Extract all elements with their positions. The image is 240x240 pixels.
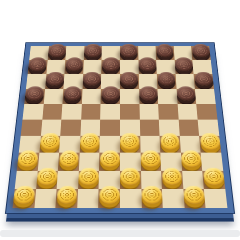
square-r4c8[interactable]: [158, 89, 178, 104]
gold-piece[interactable]: [203, 168, 225, 185]
square-r7c8[interactable]: [160, 136, 181, 153]
square-r7c4[interactable]: [80, 136, 101, 153]
square-r1c10[interactable]: [191, 46, 210, 60]
gold-piece[interactable]: [37, 168, 58, 185]
square-r1c6[interactable]: [120, 46, 138, 60]
dark-piece[interactable]: [194, 72, 213, 86]
gold-piece[interactable]: [18, 150, 39, 167]
gold-piece[interactable]: [200, 133, 221, 149]
gold-piece[interactable]: [160, 133, 180, 149]
square-r9c8[interactable]: [161, 171, 183, 189]
square-r5c4[interactable]: [81, 104, 101, 120]
square-r7c6[interactable]: [120, 136, 140, 153]
square-r10c10[interactable]: [204, 189, 227, 208]
square-r1c8[interactable]: [156, 46, 175, 60]
square-r8c9[interactable]: [181, 153, 203, 171]
dark-piece[interactable]: [192, 44, 211, 57]
dark-piece[interactable]: [28, 58, 47, 71]
gold-piece[interactable]: [13, 186, 35, 204]
gold-piece[interactable]: [183, 186, 205, 204]
gold-piece[interactable]: [141, 186, 162, 204]
square-r10c1[interactable]: [13, 189, 36, 208]
gold-piece[interactable]: [56, 186, 77, 204]
gold-piece[interactable]: [99, 186, 120, 204]
square-r10c8[interactable]: [162, 189, 184, 208]
square-r9c2[interactable]: [36, 171, 58, 189]
square-r9c10[interactable]: [203, 171, 226, 189]
square-r8c1[interactable]: [17, 153, 39, 171]
dark-piece[interactable]: [120, 72, 138, 86]
square-r6c5[interactable]: [100, 120, 120, 136]
square-r5c6[interactable]: [120, 104, 139, 120]
square-r10c2[interactable]: [34, 189, 57, 208]
dark-piece[interactable]: [138, 58, 156, 71]
square-r5c1[interactable]: [23, 104, 44, 120]
gold-piece[interactable]: [59, 150, 80, 167]
dark-piece[interactable]: [175, 58, 194, 71]
square-r9c4[interactable]: [78, 171, 99, 189]
square-r10c9[interactable]: [183, 189, 206, 208]
square-r8c3[interactable]: [58, 153, 79, 171]
square-r5c3[interactable]: [61, 104, 81, 120]
gold-piece[interactable]: [78, 168, 99, 185]
gold-piece[interactable]: [40, 133, 60, 149]
square-r5c9[interactable]: [177, 104, 198, 120]
square-r4c4[interactable]: [82, 89, 101, 104]
gold-piece[interactable]: [120, 133, 139, 149]
square-r4c2[interactable]: [43, 89, 63, 104]
gold-piece[interactable]: [162, 168, 183, 185]
square-r10c5[interactable]: [99, 189, 120, 208]
square-r3c10[interactable]: [194, 74, 214, 89]
square-r5c7[interactable]: [139, 104, 159, 120]
gold-piece[interactable]: [181, 150, 202, 167]
square-r5c8[interactable]: [158, 104, 178, 120]
square-r3c4[interactable]: [82, 74, 101, 89]
dark-piece[interactable]: [120, 44, 137, 57]
square-r2c7[interactable]: [138, 60, 157, 74]
square-r10c7[interactable]: [141, 189, 163, 208]
square-r8c7[interactable]: [140, 153, 161, 171]
checkers-scene: [0, 0, 240, 240]
dark-piece[interactable]: [177, 86, 196, 100]
gold-piece[interactable]: [100, 150, 120, 167]
square-r10c6[interactable]: [120, 189, 141, 208]
dark-piece[interactable]: [101, 86, 119, 100]
board-grid: [13, 46, 228, 208]
square-r3c8[interactable]: [157, 74, 176, 89]
square-r6c3[interactable]: [60, 120, 81, 136]
dark-piece[interactable]: [25, 86, 45, 100]
dark-piece[interactable]: [45, 72, 64, 86]
square-r4c7[interactable]: [139, 89, 158, 104]
square-r4c1[interactable]: [24, 89, 45, 104]
square-r5c2[interactable]: [42, 104, 63, 120]
square-r6c1[interactable]: [21, 120, 42, 136]
square-r2c9[interactable]: [174, 60, 193, 74]
square-r5c10[interactable]: [197, 104, 218, 120]
gold-piece[interactable]: [120, 168, 140, 185]
dark-piece[interactable]: [84, 44, 102, 57]
dark-piece[interactable]: [102, 58, 120, 71]
dark-piece[interactable]: [65, 58, 83, 71]
square-r10c4[interactable]: [77, 189, 99, 208]
square-r2c3[interactable]: [65, 60, 84, 74]
dark-piece[interactable]: [83, 72, 101, 86]
square-r2c1[interactable]: [28, 60, 48, 74]
dark-piece[interactable]: [157, 72, 176, 86]
square-r4c6[interactable]: [120, 89, 139, 104]
square-r1c2[interactable]: [47, 46, 66, 60]
dark-piece[interactable]: [156, 44, 174, 57]
square-r6c9[interactable]: [178, 120, 199, 136]
square-r7c2[interactable]: [39, 136, 60, 153]
dark-piece[interactable]: [139, 86, 158, 100]
dark-piece[interactable]: [63, 86, 82, 100]
dark-piece[interactable]: [48, 44, 66, 57]
square-r2c5[interactable]: [102, 60, 120, 74]
square-r4c10[interactable]: [195, 89, 216, 104]
square-r4c3[interactable]: [63, 89, 83, 104]
square-r9c6[interactable]: [120, 171, 141, 189]
square-r4c5[interactable]: [101, 89, 120, 104]
square-r7c10[interactable]: [199, 136, 221, 153]
square-r1c4[interactable]: [84, 46, 102, 60]
gold-piece[interactable]: [141, 150, 161, 167]
square-r4c9[interactable]: [176, 89, 196, 104]
square-r3c6[interactable]: [120, 74, 139, 89]
square-r10c3[interactable]: [56, 189, 78, 208]
square-r8c5[interactable]: [99, 153, 120, 171]
square-r3c2[interactable]: [45, 74, 65, 89]
table-shadow: [0, 230, 240, 237]
board-frame: [6, 43, 234, 213]
gold-piece[interactable]: [80, 133, 100, 149]
square-r6c7[interactable]: [139, 120, 159, 136]
square-r5c5[interactable]: [100, 104, 120, 120]
